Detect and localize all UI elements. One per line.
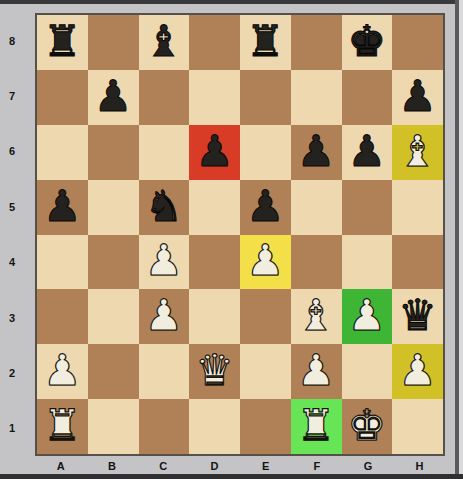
white-bishop-h6[interactable]: ♝	[398, 130, 437, 173]
white-pawn-c4[interactable]: ♟	[145, 239, 184, 282]
white-pawn-e4[interactable]: ♟	[246, 239, 285, 282]
file-labels: ABCDEFGH	[35, 458, 445, 474]
square-h6[interactable]: ♝	[392, 125, 443, 180]
board-frame: 87654321 ♜♝♜♚♟♟♟♟♟♝♟♞♟♟♟♟♝♟♛♟♛♟♟♜♜♚ ABCD…	[0, 0, 463, 479]
square-b8[interactable]	[88, 15, 139, 70]
square-d5[interactable]	[189, 180, 240, 235]
black-pawn-h7[interactable]: ♟	[398, 75, 437, 118]
square-e7[interactable]	[240, 70, 291, 125]
rank-label-6: 6	[0, 124, 24, 179]
square-f4[interactable]	[291, 235, 342, 290]
chess-board[interactable]: ♜♝♜♚♟♟♟♟♟♝♟♞♟♟♟♟♝♟♛♟♛♟♟♜♜♚	[35, 13, 445, 456]
square-d2[interactable]: ♛	[189, 344, 240, 399]
black-queen-h3[interactable]: ♛	[398, 294, 437, 337]
square-e4[interactable]: ♟	[240, 235, 291, 290]
black-pawn-g6[interactable]: ♟	[348, 130, 387, 173]
square-d4[interactable]	[189, 235, 240, 290]
square-e1[interactable]	[240, 399, 291, 454]
square-b2[interactable]	[88, 344, 139, 399]
square-h4[interactable]	[392, 235, 443, 290]
square-f5[interactable]	[291, 180, 342, 235]
white-rook-f1[interactable]: ♜	[297, 404, 336, 447]
square-c4[interactable]: ♟	[139, 235, 190, 290]
square-h1[interactable]	[392, 399, 443, 454]
square-e6[interactable]	[240, 125, 291, 180]
square-g6[interactable]: ♟	[342, 125, 393, 180]
square-g2[interactable]	[342, 344, 393, 399]
square-b4[interactable]	[88, 235, 139, 290]
black-pawn-d6[interactable]: ♟	[195, 130, 234, 173]
square-c3[interactable]: ♟	[139, 289, 190, 344]
frame-right-edge-dark	[455, 0, 459, 479]
square-f3[interactable]: ♝	[291, 289, 342, 344]
black-pawn-b7[interactable]: ♟	[94, 75, 133, 118]
square-f8[interactable]	[291, 15, 342, 70]
black-pawn-f6[interactable]: ♟	[297, 130, 336, 173]
square-d3[interactable]	[189, 289, 240, 344]
square-a2[interactable]: ♟	[37, 344, 88, 399]
square-c1[interactable]	[139, 399, 190, 454]
square-f2[interactable]: ♟	[291, 344, 342, 399]
black-king-g8[interactable]: ♚	[348, 20, 387, 63]
square-a4[interactable]	[37, 235, 88, 290]
square-h3[interactable]: ♛	[392, 289, 443, 344]
rank-label-7: 7	[0, 68, 24, 123]
square-a1[interactable]: ♜	[37, 399, 88, 454]
square-h8[interactable]	[392, 15, 443, 70]
square-b3[interactable]	[88, 289, 139, 344]
square-h2[interactable]: ♟	[392, 344, 443, 399]
square-c5[interactable]: ♞	[139, 180, 190, 235]
square-c8[interactable]: ♝	[139, 15, 190, 70]
file-label-g: G	[343, 458, 394, 474]
square-a6[interactable]	[37, 125, 88, 180]
square-c2[interactable]	[139, 344, 190, 399]
file-label-a: A	[35, 458, 86, 474]
file-label-b: B	[86, 458, 137, 474]
rank-label-2: 2	[0, 345, 24, 400]
square-a3[interactable]	[37, 289, 88, 344]
square-a5[interactable]: ♟	[37, 180, 88, 235]
rank-labels: 87654321	[0, 13, 24, 456]
rank-label-5: 5	[0, 179, 24, 234]
black-rook-a8[interactable]: ♜	[43, 20, 82, 63]
frame-bottom-edge	[0, 474, 463, 479]
white-bishop-f3[interactable]: ♝	[297, 294, 336, 337]
rank-label-1: 1	[0, 401, 24, 456]
black-rook-e8[interactable]: ♜	[246, 20, 285, 63]
square-d8[interactable]	[189, 15, 240, 70]
rank-label-8: 8	[0, 13, 24, 68]
white-pawn-a2[interactable]: ♟	[43, 349, 82, 392]
square-b5[interactable]	[88, 180, 139, 235]
square-g3[interactable]: ♟	[342, 289, 393, 344]
square-e5[interactable]: ♟	[240, 180, 291, 235]
square-g5[interactable]	[342, 180, 393, 235]
square-g1[interactable]: ♚	[342, 399, 393, 454]
file-label-f: F	[291, 458, 342, 474]
square-g7[interactable]	[342, 70, 393, 125]
square-f7[interactable]	[291, 70, 342, 125]
square-b6[interactable]	[88, 125, 139, 180]
square-a7[interactable]	[37, 70, 88, 125]
frame-right-edge-light	[459, 0, 463, 479]
square-e2[interactable]	[240, 344, 291, 399]
square-d7[interactable]	[189, 70, 240, 125]
white-pawn-h2[interactable]: ♟	[398, 349, 437, 392]
black-knight-c5[interactable]: ♞	[145, 185, 184, 228]
square-d6[interactable]: ♟	[189, 125, 240, 180]
white-pawn-c3[interactable]: ♟	[145, 294, 184, 337]
square-b1[interactable]	[88, 399, 139, 454]
square-f6[interactable]: ♟	[291, 125, 342, 180]
square-e3[interactable]	[240, 289, 291, 344]
file-label-d: D	[189, 458, 240, 474]
file-label-c: C	[138, 458, 189, 474]
square-h5[interactable]	[392, 180, 443, 235]
square-g8[interactable]: ♚	[342, 15, 393, 70]
frame-top-edge	[0, 0, 463, 4]
rank-label-4: 4	[0, 235, 24, 290]
file-label-e: E	[240, 458, 291, 474]
square-a8[interactable]: ♜	[37, 15, 88, 70]
white-king-g1[interactable]: ♚	[348, 404, 387, 447]
square-e8[interactable]: ♜	[240, 15, 291, 70]
white-queen-d2[interactable]: ♛	[195, 349, 234, 392]
square-b7[interactable]: ♟	[88, 70, 139, 125]
rank-label-3: 3	[0, 290, 24, 345]
white-rook-a1[interactable]: ♜	[43, 404, 82, 447]
white-pawn-f2[interactable]: ♟	[297, 349, 336, 392]
square-f1[interactable]: ♜	[291, 399, 342, 454]
square-c7[interactable]	[139, 70, 190, 125]
square-c6[interactable]	[139, 125, 190, 180]
square-d1[interactable]	[189, 399, 240, 454]
square-g4[interactable]	[342, 235, 393, 290]
white-pawn-g3[interactable]: ♟	[348, 294, 387, 337]
black-bishop-c8[interactable]: ♝	[145, 20, 184, 63]
file-label-h: H	[394, 458, 445, 474]
black-pawn-e5[interactable]: ♟	[246, 185, 285, 228]
square-h7[interactable]: ♟	[392, 70, 443, 125]
black-pawn-a5[interactable]: ♟	[43, 185, 82, 228]
